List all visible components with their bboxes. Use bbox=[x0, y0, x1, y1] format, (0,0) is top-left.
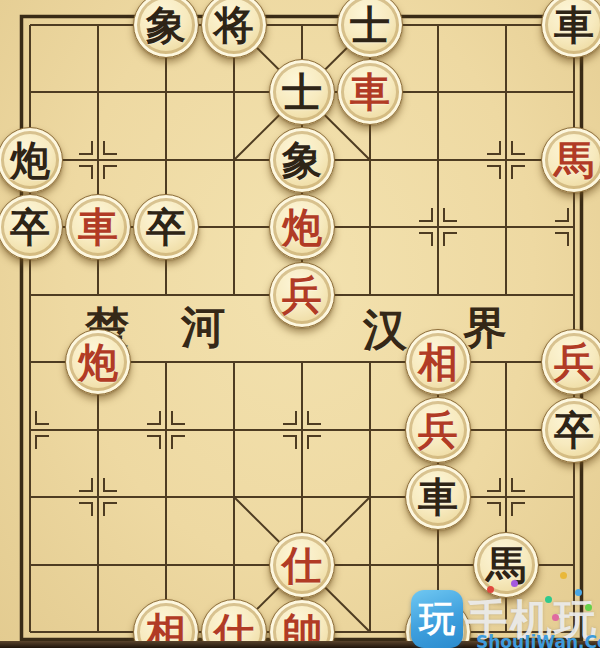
piece-glyph: 象 bbox=[282, 140, 322, 180]
piece-black-horse[interactable]: 馬 bbox=[473, 532, 539, 598]
piece-black-soldier[interactable]: 卒 bbox=[541, 397, 600, 463]
piece-red-chariot[interactable]: 車 bbox=[65, 194, 131, 260]
piece-black-cannon[interactable]: 炮 bbox=[0, 127, 63, 193]
piece-red-advisor[interactable]: 仕 bbox=[269, 532, 335, 598]
piece-red-chariot[interactable]: 車 bbox=[337, 59, 403, 125]
piece-glyph: 兵 bbox=[418, 410, 458, 450]
piece-glyph: 卒 bbox=[10, 207, 50, 247]
piece-glyph: 馬 bbox=[554, 140, 594, 180]
piece-red-cannon[interactable]: 炮 bbox=[65, 329, 131, 395]
piece-black-elephant[interactable]: 象 bbox=[133, 0, 199, 58]
piece-glyph: 車 bbox=[350, 72, 390, 112]
piece-glyph: 炮 bbox=[10, 140, 50, 180]
piece-black-soldier[interactable]: 卒 bbox=[133, 194, 199, 260]
pieces-layer: 象将士車士車炮象馬卒車卒炮兵炮相兵兵卒車仕馬相仕帥 bbox=[0, 0, 600, 648]
board-bottom-edge bbox=[0, 641, 600, 648]
piece-glyph: 車 bbox=[78, 207, 118, 247]
piece-black-advisor[interactable]: 士 bbox=[269, 59, 335, 125]
piece-glyph: 兵 bbox=[282, 275, 322, 315]
piece-black-chariot[interactable]: 車 bbox=[405, 464, 471, 530]
piece-glyph: 士 bbox=[282, 72, 322, 112]
piece-red-elephant[interactable]: 相 bbox=[405, 329, 471, 395]
xiangqi-board: 楚 河 汉 界 象将士車士車炮象馬卒車卒炮兵炮相兵兵卒車仕馬相仕帥 玩 手机玩 … bbox=[0, 0, 600, 648]
piece-red-soldier[interactable]: 兵 bbox=[541, 329, 600, 395]
piece-red-soldier[interactable]: 兵 bbox=[269, 262, 335, 328]
piece-black-soldier[interactable]: 卒 bbox=[0, 194, 63, 260]
piece-red-cannon[interactable]: 炮 bbox=[269, 194, 335, 260]
piece-glyph: 車 bbox=[554, 5, 594, 45]
piece-black-chariot[interactable]: 車 bbox=[541, 0, 600, 58]
piece-red-horse[interactable]: 馬 bbox=[541, 127, 600, 193]
piece-glyph: 炮 bbox=[282, 207, 322, 247]
piece-black-general[interactable]: 将 bbox=[201, 0, 267, 58]
piece-black-elephant[interactable]: 象 bbox=[269, 127, 335, 193]
piece-glyph: 将 bbox=[214, 5, 254, 45]
piece-glyph: 士 bbox=[350, 5, 390, 45]
piece-glyph: 炮 bbox=[78, 342, 118, 382]
piece-glyph: 馬 bbox=[486, 545, 526, 585]
piece-glyph: 車 bbox=[418, 477, 458, 517]
piece-glyph: 兵 bbox=[554, 342, 594, 382]
piece-red-soldier[interactable]: 兵 bbox=[405, 397, 471, 463]
piece-glyph: 仕 bbox=[282, 545, 322, 585]
piece-glyph: 卒 bbox=[146, 207, 186, 247]
piece-glyph: 象 bbox=[146, 5, 186, 45]
piece-black-advisor[interactable]: 士 bbox=[337, 0, 403, 58]
piece-glyph: 卒 bbox=[554, 410, 594, 450]
piece-glyph: 相 bbox=[418, 342, 458, 382]
